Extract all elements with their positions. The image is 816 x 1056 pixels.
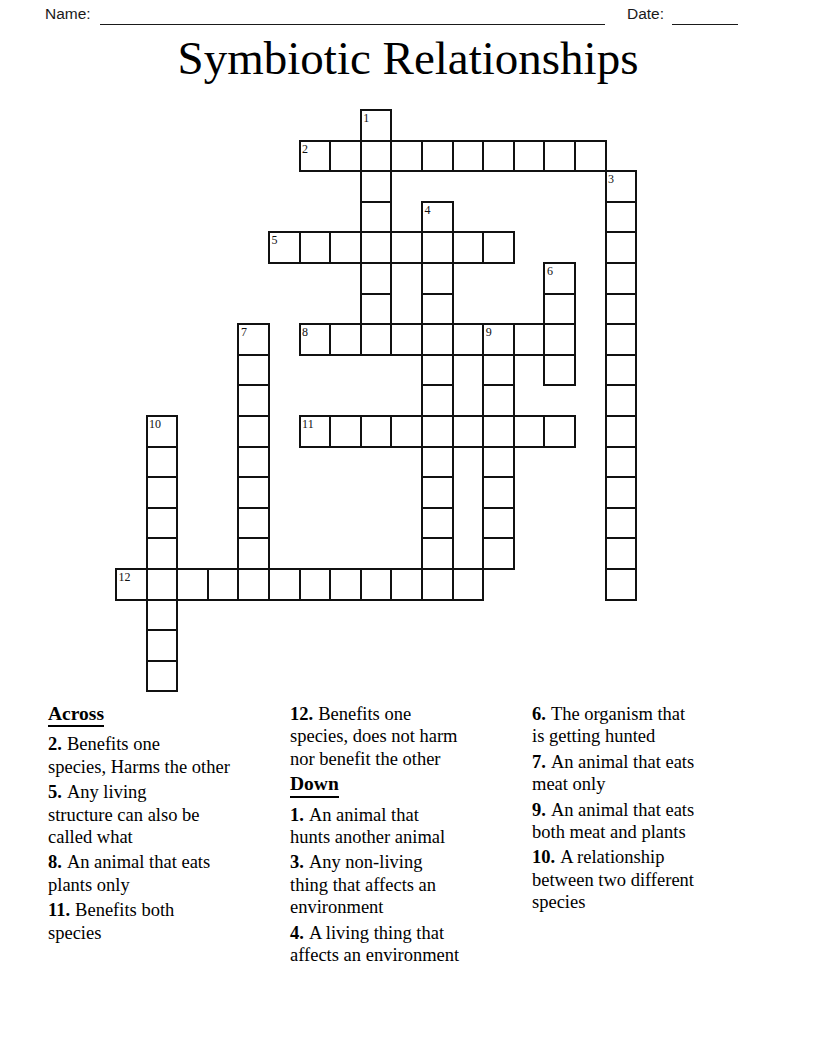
grid-cell-r2c8[interactable] [360,170,393,203]
grid-cell-r1c12[interactable] [482,140,515,173]
clue-across-12: 12.Benefits one species, does not harm n… [290,703,512,770]
grid-cell-r5c8[interactable] [360,262,393,295]
name-blank-line [100,0,605,25]
clue-number-label: 12. [290,704,313,724]
clue-down-1: 1.An animal that hunts another animal [290,804,512,849]
grid-cell-r11c1[interactable] [146,446,179,479]
grid-cell-r10c10[interactable] [421,415,454,448]
grid-cell-r10c7[interactable] [329,415,362,448]
grid-clue-number-8: 8 [302,326,308,338]
grid-cell-r9c12[interactable] [482,384,515,417]
grid-cell-r6c14[interactable] [543,293,576,326]
grid-cell-r4c6[interactable] [299,231,332,264]
worksheet-page: Name: Date: Symbiotic Relationships 1234… [0,0,816,1056]
clue-number-label: 7. [532,752,546,772]
grid-cell-r10c12[interactable] [482,415,515,448]
clue-across-11: 11.Benefits both species [48,899,286,944]
grid-cell-r10c11[interactable] [452,415,485,448]
grid-cell-r11c4[interactable] [237,446,270,479]
grid-clue-number-5: 5 [272,234,278,246]
grid-cell-r7c7[interactable] [329,323,362,356]
grid-cell-r15c6[interactable] [299,568,332,601]
clue-text: An animal that eats plants only [48,852,210,894]
grid-cell-r7c13[interactable] [513,323,546,356]
clues-column-right: 6.The organism that is getting hunted 7.… [532,703,746,917]
grid-cell-r8c14[interactable] [543,354,576,387]
grid-cell-r4c12[interactable] [482,231,515,264]
grid-cell-r9c16[interactable] [605,384,638,417]
grid-cell-r1c7[interactable] [329,140,362,173]
grid-cell-r6c16[interactable] [605,293,638,326]
clue-text: The organism that is getting hunted [532,704,685,746]
grid-cell-r7c14[interactable] [543,323,576,356]
date-label: Date: [627,5,664,23]
grid-cell-r13c10[interactable] [421,507,454,540]
grid-cell-r15c5[interactable] [268,568,301,601]
clue-number-label: 2. [48,734,62,754]
grid-cell-r1c14[interactable] [543,140,576,173]
grid-cell-r4c11[interactable] [452,231,485,264]
name-label: Name: [45,5,91,23]
grid-cell-r8c4[interactable] [237,354,270,387]
grid-cell-r3c8[interactable] [360,201,393,234]
clue-number-label: 4. [290,923,304,943]
page-title: Symbiotic Relationships [0,28,816,88]
grid-cell-r13c12[interactable] [482,507,515,540]
clue-number-label: 3. [290,852,304,872]
grid-cell-r7c16[interactable] [605,323,638,356]
grid-cell-r8c10[interactable] [421,354,454,387]
grid-cell-r3c16[interactable] [605,201,638,234]
grid-cell-r12c1[interactable] [146,476,179,509]
grid-cell-r12c10[interactable] [421,476,454,509]
clue-down-9: 9.An animal that eats both meat and plan… [532,799,746,844]
clue-text: Benefits one species, Harms the other [48,734,230,776]
grid-cell-r15c4[interactable] [237,568,270,601]
grid-cell-r17c1[interactable] [146,629,179,662]
grid-clue-number-1: 1 [363,112,369,124]
date-blank-line [672,0,738,25]
grid-cell-r15c16[interactable] [605,568,638,601]
grid-cell-r4c16[interactable] [605,231,638,264]
clue-down-10: 10.A relationship between two different … [532,846,746,913]
grid-clue-number-9: 9 [486,326,492,338]
grid-clue-number-3: 3 [608,173,614,185]
clue-down-4: 4.A living thing that affects an environ… [290,922,512,967]
clue-down-6: 6.The organism that is getting hunted [532,703,746,748]
clue-text: Benefits one species, does not harm nor … [290,704,458,769]
grid-cell-r7c9[interactable] [390,323,423,356]
grid-cell-r15c10[interactable] [421,568,454,601]
grid-cell-r10c13[interactable] [513,415,546,448]
grid-cell-r10c16[interactable] [605,415,638,448]
grid-cell-r12c4[interactable] [237,476,270,509]
grid-cell-r8c12[interactable] [482,354,515,387]
grid-cell-r4c7[interactable] [329,231,362,264]
grid-cell-r7c11[interactable] [452,323,485,356]
clue-text: An animal that eats meat only [532,752,694,794]
grid-cell-r11c16[interactable] [605,446,638,479]
across-heading: Across [48,703,104,727]
grid-cell-r11c10[interactable] [421,446,454,479]
clue-across-2: 2.Benefits one species, Harms the other [48,733,286,778]
clue-number-label: 10. [532,847,555,867]
grid-cell-r6c10[interactable] [421,293,454,326]
grid-clue-number-11: 11 [302,418,314,430]
grid-cell-r1c15[interactable] [574,140,607,173]
grid-cell-r1c11[interactable] [452,140,485,173]
clue-number-label: 8. [48,852,62,872]
grid-cell-r13c1[interactable] [146,507,179,540]
grid-cell-r14c16[interactable] [605,537,638,570]
grid-cell-r9c4[interactable] [237,384,270,417]
clue-text: An animal that hunts another animal [290,805,445,847]
grid-cell-r15c9[interactable] [390,568,423,601]
down-heading: Down [290,773,339,797]
grid-cell-r15c2[interactable] [176,568,209,601]
grid-cell-r10c9[interactable] [390,415,423,448]
clue-text: Any living structure can also be called … [48,782,200,847]
grid-cell-r8c16[interactable] [605,354,638,387]
grid-clue-number-2: 2 [302,143,308,155]
grid-cell-r9c10[interactable] [421,384,454,417]
grid-clue-number-6: 6 [547,265,553,277]
grid-cell-r14c4[interactable] [237,537,270,570]
clue-across-5: 5.Any living structure can also be calle… [48,781,286,848]
clue-down-7: 7.An animal that eats meat only [532,751,746,796]
clue-across-8: 8.An animal that eats plants only [48,851,286,896]
clue-number-label: 11. [48,900,70,920]
down-heading-row: Down [290,773,512,797]
grid-cell-r7c8[interactable] [360,323,393,356]
grid-cell-r7c10[interactable] [421,323,454,356]
grid-cell-r14c12[interactable] [482,537,515,570]
across-heading-row: Across [48,703,286,727]
clue-text: A living thing that affects an environme… [290,923,459,965]
grid-cell-r13c4[interactable] [237,507,270,540]
grid-cell-r4c9[interactable] [390,231,423,264]
grid-cell-r10c8[interactable] [360,415,393,448]
clue-text: A relationship between two different spe… [532,847,694,912]
grid-cell-r10c4[interactable] [237,415,270,448]
grid-cell-r1c10[interactable] [421,140,454,173]
grid-clue-number-4: 4 [425,204,431,216]
clues-column-across: Across 2.Benefits one species, Harms the… [48,703,286,947]
grid-cell-r1c13[interactable] [513,140,546,173]
clue-number-label: 5. [48,782,62,802]
grid-cell-r11c12[interactable] [482,446,515,479]
clue-number-label: 9. [532,800,546,820]
grid-cell-r15c1[interactable] [146,568,179,601]
grid-cell-r12c12[interactable] [482,476,515,509]
grid-cell-r4c8[interactable] [360,231,393,264]
grid-cell-r15c3[interactable] [207,568,240,601]
clue-down-3: 3.Any non-living thing that affects an e… [290,851,512,918]
clue-number-label: 1. [290,805,304,825]
grid-cell-r6c8[interactable] [360,293,393,326]
grid-cell-r16c1[interactable] [146,599,179,632]
grid-cell-r15c11[interactable] [452,568,485,601]
grid-cell-r12c16[interactable] [605,476,638,509]
grid-cell-r14c10[interactable] [421,537,454,570]
clue-text: Any non-living thing that affects an env… [290,852,436,917]
grid-cell-r1c8[interactable] [360,140,393,173]
grid-clue-number-10: 10 [149,418,161,430]
grid-cell-r10c14[interactable] [543,415,576,448]
grid-cell-r4c10[interactable] [421,231,454,264]
grid-clue-number-7: 7 [241,326,247,338]
grid-clue-number-12: 12 [119,571,131,583]
crossword-grid: 123456789101112 [116,110,637,692]
grid-cell-r1c9[interactable] [390,140,423,173]
grid-cell-r15c7[interactable] [329,568,362,601]
grid-cell-r15c8[interactable] [360,568,393,601]
clue-text: An animal that eats both meat and plants [532,800,694,842]
clues-column-middle: 12.Benefits one species, does not harm n… [290,703,512,969]
grid-cell-r14c1[interactable] [146,537,179,570]
grid-cell-r18c1[interactable] [146,660,179,693]
clue-number-label: 6. [532,704,546,724]
grid-cell-r5c10[interactable] [421,262,454,295]
grid-cell-r13c16[interactable] [605,507,638,540]
grid-cell-r5c16[interactable] [605,262,638,295]
